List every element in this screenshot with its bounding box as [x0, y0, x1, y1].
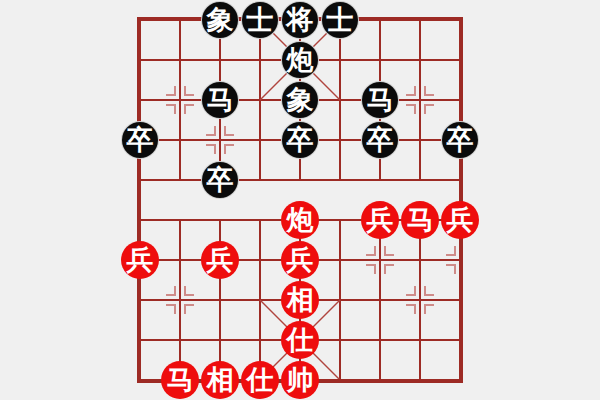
piece-red-horse[interactable]: 马 [161, 361, 199, 399]
piece-black-elephant[interactable]: 象 [281, 81, 319, 119]
piece-black-advisor[interactable]: 士 [241, 1, 279, 39]
xiangqi-board[interactable]: 象士将士炮马象马卒卒卒卒卒炮兵马兵兵兵兵相仕马相仕帅 [0, 0, 600, 400]
piece-red-pawn[interactable]: 兵 [361, 201, 399, 239]
piece-black-pawn[interactable]: 卒 [201, 161, 239, 199]
piece-black-pawn[interactable]: 卒 [281, 121, 319, 159]
piece-black-cannon[interactable]: 炮 [281, 41, 319, 79]
piece-red-horse[interactable]: 马 [401, 201, 439, 239]
piece-black-elephant[interactable]: 象 [201, 1, 239, 39]
piece-red-elephant[interactable]: 相 [201, 361, 239, 399]
piece-black-pawn[interactable]: 卒 [361, 121, 399, 159]
piece-red-pawn[interactable]: 兵 [441, 201, 479, 239]
piece-red-general[interactable]: 帅 [281, 361, 319, 399]
piece-black-horse[interactable]: 马 [361, 81, 399, 119]
piece-red-cannon[interactable]: 炮 [281, 201, 319, 239]
piece-black-pawn[interactable]: 卒 [121, 121, 159, 159]
piece-black-pawn[interactable]: 卒 [441, 121, 479, 159]
piece-black-general[interactable]: 将 [281, 1, 319, 39]
piece-black-horse[interactable]: 马 [201, 81, 239, 119]
piece-red-elephant[interactable]: 相 [281, 281, 319, 319]
piece-red-advisor[interactable]: 仕 [281, 321, 319, 359]
piece-black-advisor[interactable]: 士 [321, 1, 359, 39]
piece-red-advisor[interactable]: 仕 [241, 361, 279, 399]
piece-red-pawn[interactable]: 兵 [281, 241, 319, 279]
piece-red-pawn[interactable]: 兵 [201, 241, 239, 279]
piece-red-pawn[interactable]: 兵 [121, 241, 159, 279]
